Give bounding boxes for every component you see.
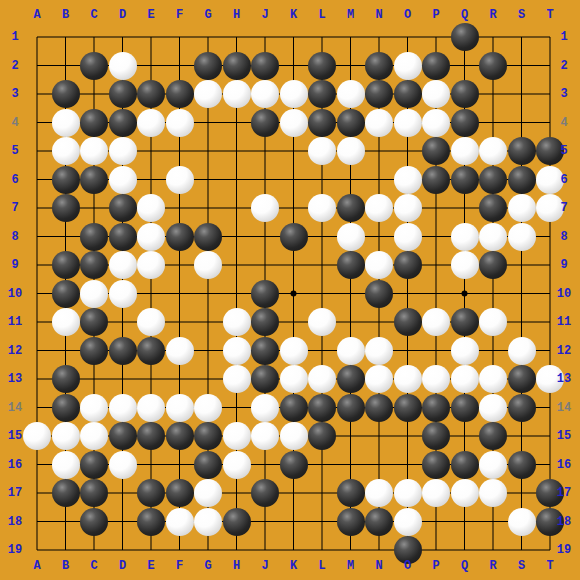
black-stone-O9 <box>394 251 422 279</box>
row-label-right-2: 2 <box>560 59 567 73</box>
column-label-top-E: E <box>147 8 154 22</box>
black-stone-J2 <box>251 52 279 80</box>
column-label-top-N: N <box>375 8 382 22</box>
column-label-bottom-R: R <box>489 559 496 573</box>
black-stone-P2 <box>422 52 450 80</box>
row-label-right-16: 16 <box>557 458 571 472</box>
black-stone-R6 <box>479 166 507 194</box>
black-stone-S6 <box>508 166 536 194</box>
row-label-right-13: 13 <box>557 372 571 386</box>
black-stone-D4 <box>109 109 137 137</box>
black-stone-B10 <box>52 280 80 308</box>
white-stone-A15 <box>23 422 51 450</box>
white-stone-Q9 <box>451 251 479 279</box>
black-stone-E12 <box>137 337 165 365</box>
white-stone-L7 <box>308 194 336 222</box>
white-stone-Q5 <box>451 137 479 165</box>
column-label-bottom-N: N <box>375 559 382 573</box>
white-stone-G9 <box>194 251 222 279</box>
column-label-bottom-J: J <box>261 559 268 573</box>
black-stone-F8 <box>166 223 194 251</box>
white-stone-B15 <box>52 422 80 450</box>
column-label-bottom-L: L <box>318 559 325 573</box>
white-stone-K13 <box>280 365 308 393</box>
black-stone-C18 <box>80 508 108 536</box>
black-stone-G8 <box>194 223 222 251</box>
white-stone-N17 <box>365 479 393 507</box>
star-point-K10 <box>291 291 297 297</box>
white-stone-O4 <box>394 109 422 137</box>
black-stone-C4 <box>80 109 108 137</box>
black-stone-J13 <box>251 365 279 393</box>
white-stone-O2 <box>394 52 422 80</box>
black-stone-R9 <box>479 251 507 279</box>
column-label-bottom-B: B <box>62 559 69 573</box>
column-label-bottom-M: M <box>347 559 354 573</box>
black-stone-F15 <box>166 422 194 450</box>
black-stone-N3 <box>365 80 393 108</box>
black-stone-J10 <box>251 280 279 308</box>
row-label-right-10: 10 <box>557 287 571 301</box>
white-stone-P13 <box>422 365 450 393</box>
row-label-left-12: 12 <box>8 344 22 358</box>
white-stone-Q12 <box>451 337 479 365</box>
white-stone-K3 <box>280 80 308 108</box>
black-stone-J11 <box>251 308 279 336</box>
go-board[interactable]: AABBCCDDEEFFGGHHJJKKLLMMNNOOPPQQRRSSTT11… <box>0 0 580 580</box>
row-label-left-17: 17 <box>8 486 22 500</box>
white-stone-F12 <box>166 337 194 365</box>
white-stone-F4 <box>166 109 194 137</box>
black-stone-L14 <box>308 394 336 422</box>
white-stone-M3 <box>337 80 365 108</box>
column-label-top-Q: Q <box>461 8 468 22</box>
column-label-top-T: T <box>546 8 553 22</box>
row-label-right-9: 9 <box>560 258 567 272</box>
white-stone-F18 <box>166 508 194 536</box>
row-label-left-13: 13 <box>8 372 22 386</box>
row-label-left-6: 6 <box>11 173 18 187</box>
column-label-bottom-S: S <box>518 559 525 573</box>
row-label-left-15: 15 <box>8 429 22 443</box>
white-stone-J7 <box>251 194 279 222</box>
row-label-right-8: 8 <box>560 230 567 244</box>
column-label-top-M: M <box>347 8 354 22</box>
star-point-Q10 <box>462 291 468 297</box>
black-stone-Q4 <box>451 109 479 137</box>
white-stone-N12 <box>365 337 393 365</box>
white-stone-O18 <box>394 508 422 536</box>
black-stone-B13 <box>52 365 80 393</box>
black-stone-E18 <box>137 508 165 536</box>
white-stone-N9 <box>365 251 393 279</box>
black-stone-J4 <box>251 109 279 137</box>
white-stone-H13 <box>223 365 251 393</box>
white-stone-Q8 <box>451 223 479 251</box>
column-label-bottom-Q: Q <box>461 559 468 573</box>
black-stone-B7 <box>52 194 80 222</box>
white-stone-S7 <box>508 194 536 222</box>
row-label-left-5: 5 <box>11 144 18 158</box>
black-stone-K16 <box>280 451 308 479</box>
column-label-top-A: A <box>33 8 40 22</box>
black-stone-E17 <box>137 479 165 507</box>
white-stone-J15 <box>251 422 279 450</box>
column-label-bottom-H: H <box>233 559 240 573</box>
white-stone-H3 <box>223 80 251 108</box>
white-stone-E14 <box>137 394 165 422</box>
black-stone-C12 <box>80 337 108 365</box>
black-stone-L3 <box>308 80 336 108</box>
white-stone-L5 <box>308 137 336 165</box>
white-stone-G18 <box>194 508 222 536</box>
row-label-left-18: 18 <box>8 515 22 529</box>
white-stone-Q17 <box>451 479 479 507</box>
white-stone-G17 <box>194 479 222 507</box>
black-stone-Q6 <box>451 166 479 194</box>
column-label-top-G: G <box>204 8 211 22</box>
black-stone-G15 <box>194 422 222 450</box>
black-stone-K8 <box>280 223 308 251</box>
white-stone-E7 <box>137 194 165 222</box>
black-stone-M13 <box>337 365 365 393</box>
column-label-top-F: F <box>176 8 183 22</box>
black-stone-L4 <box>308 109 336 137</box>
white-stone-D5 <box>109 137 137 165</box>
row-label-right-5: 5 <box>560 144 567 158</box>
white-stone-Q13 <box>451 365 479 393</box>
black-stone-R2 <box>479 52 507 80</box>
row-label-right-3: 3 <box>560 87 567 101</box>
white-stone-C5 <box>80 137 108 165</box>
column-label-bottom-F: F <box>176 559 183 573</box>
black-stone-D8 <box>109 223 137 251</box>
black-stone-D3 <box>109 80 137 108</box>
white-stone-R8 <box>479 223 507 251</box>
column-label-top-H: H <box>233 8 240 22</box>
row-label-left-10: 10 <box>8 287 22 301</box>
row-label-left-3: 3 <box>11 87 18 101</box>
black-stone-L15 <box>308 422 336 450</box>
black-stone-O14 <box>394 394 422 422</box>
row-label-right-4: 4 <box>560 116 567 130</box>
black-stone-C17 <box>80 479 108 507</box>
white-stone-K4 <box>280 109 308 137</box>
column-label-top-R: R <box>489 8 496 22</box>
white-stone-B5 <box>52 137 80 165</box>
black-stone-E3 <box>137 80 165 108</box>
white-stone-N4 <box>365 109 393 137</box>
black-stone-R15 <box>479 422 507 450</box>
row-label-left-8: 8 <box>11 230 18 244</box>
black-stone-K14 <box>280 394 308 422</box>
white-stone-L11 <box>308 308 336 336</box>
white-stone-C15 <box>80 422 108 450</box>
row-label-left-16: 16 <box>8 458 22 472</box>
row-label-left-2: 2 <box>11 59 18 73</box>
black-stone-C11 <box>80 308 108 336</box>
black-stone-D15 <box>109 422 137 450</box>
white-stone-O8 <box>394 223 422 251</box>
black-stone-P5 <box>422 137 450 165</box>
column-label-top-P: P <box>432 8 439 22</box>
black-stone-P15 <box>422 422 450 450</box>
black-stone-B14 <box>52 394 80 422</box>
black-stone-G2 <box>194 52 222 80</box>
black-stone-E15 <box>137 422 165 450</box>
white-stone-L13 <box>308 365 336 393</box>
white-stone-E11 <box>137 308 165 336</box>
black-stone-Q1 <box>451 23 479 51</box>
column-label-bottom-O: O <box>404 559 411 573</box>
black-stone-M4 <box>337 109 365 137</box>
column-label-top-J: J <box>261 8 268 22</box>
white-stone-E9 <box>137 251 165 279</box>
row-label-left-1: 1 <box>11 30 18 44</box>
column-label-top-B: B <box>62 8 69 22</box>
black-stone-O3 <box>394 80 422 108</box>
row-label-left-4: 4 <box>11 116 18 130</box>
column-label-bottom-E: E <box>147 559 154 573</box>
row-label-right-15: 15 <box>557 429 571 443</box>
white-stone-C10 <box>80 280 108 308</box>
black-stone-L2 <box>308 52 336 80</box>
black-stone-J12 <box>251 337 279 365</box>
black-stone-S5 <box>508 137 536 165</box>
white-stone-R11 <box>479 308 507 336</box>
white-stone-E8 <box>137 223 165 251</box>
black-stone-M9 <box>337 251 365 279</box>
black-stone-M14 <box>337 394 365 422</box>
row-label-left-7: 7 <box>11 201 18 215</box>
white-stone-C14 <box>80 394 108 422</box>
row-label-right-14: 14 <box>557 401 571 415</box>
white-stone-O6 <box>394 166 422 194</box>
black-stone-C2 <box>80 52 108 80</box>
black-stone-C9 <box>80 251 108 279</box>
column-label-top-D: D <box>119 8 126 22</box>
row-label-left-11: 11 <box>8 315 22 329</box>
black-stone-O11 <box>394 308 422 336</box>
white-stone-D10 <box>109 280 137 308</box>
column-label-top-O: O <box>404 8 411 22</box>
column-label-bottom-K: K <box>290 559 297 573</box>
black-stone-G16 <box>194 451 222 479</box>
white-stone-F6 <box>166 166 194 194</box>
black-stone-C6 <box>80 166 108 194</box>
white-stone-O17 <box>394 479 422 507</box>
white-stone-P17 <box>422 479 450 507</box>
row-label-right-6: 6 <box>560 173 567 187</box>
column-label-top-L: L <box>318 8 325 22</box>
white-stone-S8 <box>508 223 536 251</box>
black-stone-Q14 <box>451 394 479 422</box>
row-label-right-12: 12 <box>557 344 571 358</box>
black-stone-S14 <box>508 394 536 422</box>
white-stone-H12 <box>223 337 251 365</box>
white-stone-P4 <box>422 109 450 137</box>
row-label-right-1: 1 <box>560 30 567 44</box>
black-stone-B9 <box>52 251 80 279</box>
column-label-top-S: S <box>518 8 525 22</box>
black-stone-S16 <box>508 451 536 479</box>
black-stone-P6 <box>422 166 450 194</box>
row-label-right-17: 17 <box>557 486 571 500</box>
black-stone-H2 <box>223 52 251 80</box>
black-stone-B3 <box>52 80 80 108</box>
row-label-right-11: 11 <box>557 315 571 329</box>
white-stone-D14 <box>109 394 137 422</box>
column-label-bottom-A: A <box>33 559 40 573</box>
white-stone-M12 <box>337 337 365 365</box>
white-stone-K15 <box>280 422 308 450</box>
row-label-left-9: 9 <box>11 258 18 272</box>
black-stone-B6 <box>52 166 80 194</box>
black-stone-N10 <box>365 280 393 308</box>
white-stone-H15 <box>223 422 251 450</box>
black-stone-M7 <box>337 194 365 222</box>
row-label-left-14: 14 <box>8 401 22 415</box>
black-stone-D7 <box>109 194 137 222</box>
white-stone-M8 <box>337 223 365 251</box>
row-label-right-7: 7 <box>560 201 567 215</box>
black-stone-P16 <box>422 451 450 479</box>
white-stone-H11 <box>223 308 251 336</box>
white-stone-S18 <box>508 508 536 536</box>
column-label-top-C: C <box>90 8 97 22</box>
black-stone-C16 <box>80 451 108 479</box>
white-stone-D6 <box>109 166 137 194</box>
white-stone-R17 <box>479 479 507 507</box>
white-stone-P3 <box>422 80 450 108</box>
black-stone-P14 <box>422 394 450 422</box>
row-label-right-18: 18 <box>557 515 571 529</box>
row-label-right-19: 19 <box>557 543 571 557</box>
black-stone-F17 <box>166 479 194 507</box>
white-stone-R14 <box>479 394 507 422</box>
black-stone-N2 <box>365 52 393 80</box>
white-stone-D16 <box>109 451 137 479</box>
white-stone-P11 <box>422 308 450 336</box>
white-stone-O7 <box>394 194 422 222</box>
black-stone-N14 <box>365 394 393 422</box>
black-stone-J17 <box>251 479 279 507</box>
column-label-bottom-P: P <box>432 559 439 573</box>
black-stone-B17 <box>52 479 80 507</box>
black-stone-M17 <box>337 479 365 507</box>
white-stone-J14 <box>251 394 279 422</box>
white-stone-B4 <box>52 109 80 137</box>
white-stone-E4 <box>137 109 165 137</box>
row-label-left-19: 19 <box>8 543 22 557</box>
white-stone-F14 <box>166 394 194 422</box>
white-stone-G3 <box>194 80 222 108</box>
white-stone-R16 <box>479 451 507 479</box>
white-stone-N7 <box>365 194 393 222</box>
black-stone-Q3 <box>451 80 479 108</box>
white-stone-M5 <box>337 137 365 165</box>
black-stone-Q16 <box>451 451 479 479</box>
black-stone-H18 <box>223 508 251 536</box>
column-label-bottom-T: T <box>546 559 553 573</box>
column-label-bottom-D: D <box>119 559 126 573</box>
black-stone-S13 <box>508 365 536 393</box>
white-stone-G14 <box>194 394 222 422</box>
black-stone-F3 <box>166 80 194 108</box>
white-stone-N13 <box>365 365 393 393</box>
black-stone-R7 <box>479 194 507 222</box>
black-stone-C8 <box>80 223 108 251</box>
white-stone-O13 <box>394 365 422 393</box>
black-stone-N18 <box>365 508 393 536</box>
white-stone-B11 <box>52 308 80 336</box>
black-stone-M18 <box>337 508 365 536</box>
column-label-bottom-G: G <box>204 559 211 573</box>
white-stone-B16 <box>52 451 80 479</box>
white-stone-R5 <box>479 137 507 165</box>
white-stone-D9 <box>109 251 137 279</box>
column-label-bottom-C: C <box>90 559 97 573</box>
black-stone-D12 <box>109 337 137 365</box>
white-stone-R13 <box>479 365 507 393</box>
white-stone-J3 <box>251 80 279 108</box>
white-stone-K12 <box>280 337 308 365</box>
black-stone-Q11 <box>451 308 479 336</box>
column-label-top-K: K <box>290 8 297 22</box>
white-stone-S12 <box>508 337 536 365</box>
white-stone-H16 <box>223 451 251 479</box>
white-stone-D2 <box>109 52 137 80</box>
